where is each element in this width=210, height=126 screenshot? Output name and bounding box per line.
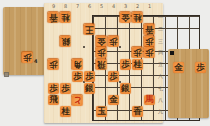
sente-komadai [168, 49, 209, 118]
rank-label-3: 三 [157, 39, 164, 44]
piece-歩-24[interactable]: 歩 [132, 47, 143, 58]
piece-歩-46[interactable]: 歩 [108, 71, 119, 82]
piece-王-62[interactable]: 王 [84, 24, 95, 35]
piece-桂-25[interactable]: 桂 [132, 59, 143, 70]
file-label-1: 1 [144, 4, 156, 9]
piece-歩-76[interactable]: 歩 [72, 71, 83, 82]
file-label-2: 2 [132, 4, 144, 9]
rank-label-9: 九 [157, 109, 164, 114]
gote-komadai [3, 7, 45, 75]
rank-label-2: 二 [157, 27, 164, 32]
turn-indicator [170, 51, 174, 55]
piece-香-12[interactable]: 香 [144, 24, 155, 35]
piece-歩-43[interactable]: 歩 [108, 36, 119, 47]
piece-香-29[interactable]: 香 [132, 106, 143, 117]
file-label-8: 8 [60, 4, 72, 9]
piece-桂-21[interactable]: 桂 [132, 12, 143, 23]
piece-歩-97[interactable]: 歩 [48, 83, 59, 94]
rank-label-7: 七 [157, 86, 164, 91]
piece-歩-14[interactable]: 歩 [144, 47, 155, 58]
rank-label-8: 八 [157, 98, 164, 103]
piece-玉-59[interactable]: 玉 [96, 106, 107, 117]
rank-label-4: 四 [157, 50, 164, 55]
piece-金-31[interactable]: 金 [120, 12, 131, 23]
gote-hand-歩[interactable]: 歩 [22, 52, 33, 63]
sente-hand-金[interactable]: 金 [173, 62, 184, 73]
file-label-5: 5 [96, 4, 108, 9]
piece-香-91[interactable]: 香 [48, 12, 59, 23]
star-point [119, 46, 121, 48]
rank-label-5: 五 [157, 62, 164, 67]
sente-hand-歩[interactable]: 歩 [195, 62, 206, 73]
file-label-6: 6 [84, 4, 96, 9]
rank-label-1: 一 [157, 15, 164, 20]
piece-歩-35[interactable]: 歩 [120, 59, 131, 70]
piece-歩-95[interactable]: 歩 [48, 59, 59, 70]
file-label-3: 3 [120, 4, 132, 9]
piece-銀-37[interactable]: 銀 [120, 83, 131, 94]
piece-金-53[interactable]: 金 [96, 36, 107, 47]
file-label-7: 7 [72, 4, 84, 9]
piece-角-75[interactable]: 角 [72, 59, 83, 70]
piece-歩-13[interactable]: 歩 [144, 36, 155, 47]
star-point [83, 46, 85, 48]
piece-銀-83[interactable]: 銀 [60, 36, 71, 47]
file-label-9: 9 [48, 4, 60, 9]
piece-歩-87[interactable]: 歩 [60, 83, 71, 94]
gote-hand-count: 4 [34, 59, 37, 64]
piece-と-78[interactable]: と [72, 95, 83, 106]
piece-歩-54[interactable]: 歩 [96, 47, 107, 58]
piece-飛-98[interactable]: 飛 [48, 95, 59, 106]
file-label-4: 4 [108, 4, 120, 9]
piece-桂-81[interactable]: 桂 [60, 12, 71, 23]
piece-歩-66[interactable]: 歩 [84, 71, 95, 82]
piece-馬-18[interactable]: 馬 [144, 95, 155, 106]
piece-銀-67[interactable]: 銀 [84, 83, 95, 94]
piece-金-48[interactable]: 金 [108, 95, 119, 106]
rank-label-6: 六 [157, 74, 164, 79]
piece-飛-55[interactable]: 飛 [96, 59, 107, 70]
shogi-app: 987654321一二三四五六七八九香桂金桂王香銀金歩歩歩歩歩歩角飛歩桂歩歩歩歩… [0, 0, 210, 126]
gote-player-icon [4, 72, 9, 77]
piece-桂-89[interactable]: 桂 [60, 106, 71, 117]
